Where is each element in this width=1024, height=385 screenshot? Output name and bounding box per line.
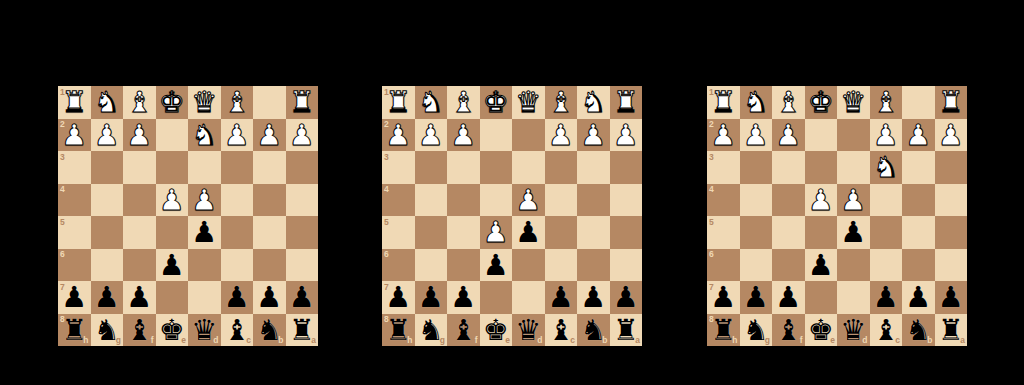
square-d1[interactable]: ♛ [837,86,870,119]
black-knight-piece: ♞ [740,314,773,347]
white-pawn-piece: ♟ [577,119,610,152]
square-h4[interactable]: 4 [58,184,91,217]
square-a4[interactable] [610,184,643,217]
white-queen-piece: ♛ [188,86,221,119]
square-e3[interactable] [805,151,838,184]
square-a3[interactable] [286,151,319,184]
square-f7[interactable]: ♟ [447,281,480,314]
square-a8[interactable]: a♜ [610,314,643,347]
square-c3[interactable] [221,151,254,184]
square-e1[interactable]: ♚ [156,86,189,119]
square-f3[interactable] [447,151,480,184]
square-f1[interactable]: ♝ [123,86,156,119]
square-h5[interactable]: 5 [58,216,91,249]
square-c5[interactable] [545,216,578,249]
square-g6[interactable] [415,249,448,282]
square-f2[interactable]: ♟ [772,119,805,152]
square-b2[interactable]: ♟ [253,119,286,152]
square-a8[interactable]: a♜ [286,314,319,347]
square-g8[interactable]: g♞ [740,314,773,347]
square-e7[interactable] [805,281,838,314]
square-e1[interactable]: ♚ [480,86,513,119]
white-knight-piece: ♞ [870,151,903,184]
square-b1[interactable]: ♞ [577,86,610,119]
square-c7[interactable]: ♟ [221,281,254,314]
square-a4[interactable] [286,184,319,217]
square-c6[interactable] [221,249,254,282]
square-d3[interactable] [188,151,221,184]
square-f2[interactable]: ♟ [123,119,156,152]
black-pawn-piece: ♟ [286,281,319,314]
square-c8[interactable]: c♝ [545,314,578,347]
black-pawn-piece: ♟ [415,281,448,314]
rank-label: 5 [384,218,389,227]
square-c4[interactable] [221,184,254,217]
square-g2[interactable]: ♟ [91,119,124,152]
square-g7[interactable]: ♟ [415,281,448,314]
black-knight-piece: ♞ [91,314,124,347]
square-e2[interactable] [805,119,838,152]
black-rook-piece: ♜ [58,314,91,347]
square-d1[interactable]: ♛ [188,86,221,119]
white-pawn-piece: ♟ [91,119,124,152]
square-a1[interactable]: ♜ [286,86,319,119]
rank-label: 4 [384,185,389,194]
square-c3[interactable]: ♞ [870,151,903,184]
square-f4[interactable] [123,184,156,217]
square-h7[interactable]: 7♟ [707,281,740,314]
square-a5[interactable] [610,216,643,249]
white-pawn-piece: ♟ [512,184,545,217]
white-king-piece: ♚ [805,86,838,119]
square-a2[interactable]: ♟ [935,119,968,152]
square-e6[interactable]: ♟ [156,249,189,282]
square-f3[interactable] [772,151,805,184]
square-c5[interactable] [221,216,254,249]
square-a7[interactable]: ♟ [286,281,319,314]
white-rook-piece: ♜ [935,86,968,119]
square-b1[interactable] [253,86,286,119]
square-f6[interactable] [123,249,156,282]
square-g7[interactable]: ♟ [740,281,773,314]
white-pawn-piece: ♟ [221,119,254,152]
square-c6[interactable] [870,249,903,282]
square-d2[interactable]: ♞ [188,119,221,152]
square-d7[interactable] [837,281,870,314]
black-pawn-piece: ♟ [382,281,415,314]
square-g4[interactable] [415,184,448,217]
black-bishop-piece: ♝ [772,314,805,347]
square-f4[interactable] [772,184,805,217]
square-g3[interactable] [415,151,448,184]
white-pawn-piece: ♟ [805,184,838,217]
square-c2[interactable]: ♟ [870,119,903,152]
square-b7[interactable]: ♟ [902,281,935,314]
square-c1[interactable]: ♝ [870,86,903,119]
square-e7[interactable] [156,281,189,314]
square-a6[interactable] [610,249,643,282]
square-b4[interactable] [577,184,610,217]
square-h4[interactable]: 4 [382,184,415,217]
square-a4[interactable] [935,184,968,217]
square-b5[interactable] [902,216,935,249]
white-pawn-piece: ♟ [935,119,968,152]
rank-label: 3 [60,153,65,162]
square-g3[interactable] [740,151,773,184]
square-h3[interactable]: 3 [58,151,91,184]
black-pawn-piece: ♟ [545,281,578,314]
black-pawn-piece: ♟ [772,281,805,314]
square-g3[interactable] [91,151,124,184]
square-f7[interactable]: ♟ [772,281,805,314]
black-knight-piece: ♞ [902,314,935,347]
square-e4[interactable]: ♟ [805,184,838,217]
square-c3[interactable] [545,151,578,184]
black-queen-piece: ♛ [837,314,870,347]
white-knight-piece: ♞ [188,119,221,152]
square-e6[interactable]: ♟ [480,249,513,282]
canvas: 1♜♞♝♚♛♝♜2♟♟♟♞♟♟♟34♟♟5♟6♟7♟♟♟♟♟♟8h♜g♞f♝e♚… [0,0,1024,385]
square-b5[interactable] [253,216,286,249]
square-e2[interactable] [156,119,189,152]
square-e8[interactable]: e♚ [480,314,513,347]
white-bishop-piece: ♝ [870,86,903,119]
square-f8[interactable]: f♝ [772,314,805,347]
white-pawn-piece: ♟ [382,119,415,152]
square-f5[interactable] [772,216,805,249]
black-pawn-piece: ♟ [610,281,643,314]
white-bishop-piece: ♝ [447,86,480,119]
square-b7[interactable]: ♟ [253,281,286,314]
white-pawn-piece: ♟ [286,119,319,152]
black-pawn-piece: ♟ [123,281,156,314]
black-pawn-piece: ♟ [805,249,838,282]
square-b3[interactable] [253,151,286,184]
white-rook-piece: ♜ [610,86,643,119]
square-c2[interactable]: ♟ [545,119,578,152]
black-king-piece: ♚ [156,314,189,347]
square-d6[interactable] [837,249,870,282]
square-g2[interactable]: ♟ [415,119,448,152]
square-d6[interactable] [512,249,545,282]
white-pawn-piece: ♟ [902,119,935,152]
black-knight-piece: ♞ [577,314,610,347]
square-g7[interactable]: ♟ [91,281,124,314]
square-d8[interactable]: d♛ [837,314,870,347]
square-d4[interactable]: ♟ [188,184,221,217]
square-b3[interactable] [902,151,935,184]
square-h2[interactable]: 2♟ [707,119,740,152]
black-pawn-piece: ♟ [707,281,740,314]
square-f5[interactable] [123,216,156,249]
square-c5[interactable] [870,216,903,249]
square-h6[interactable]: 6 [58,249,91,282]
square-b4[interactable] [253,184,286,217]
square-b3[interactable] [577,151,610,184]
rank-label: 3 [384,153,389,162]
black-pawn-piece: ♟ [870,281,903,314]
square-d3[interactable] [512,151,545,184]
square-e7[interactable] [480,281,513,314]
square-e5[interactable]: ♟ [480,216,513,249]
square-b6[interactable] [577,249,610,282]
black-queen-piece: ♛ [188,314,221,347]
rank-label: 5 [709,218,714,227]
black-pawn-piece: ♟ [837,216,870,249]
square-g2[interactable]: ♟ [740,119,773,152]
white-bishop-piece: ♝ [772,86,805,119]
black-pawn-piece: ♟ [577,281,610,314]
square-d4[interactable]: ♟ [837,184,870,217]
square-b7[interactable]: ♟ [577,281,610,314]
white-pawn-piece: ♟ [740,119,773,152]
black-pawn-piece: ♟ [188,216,221,249]
square-g4[interactable] [91,184,124,217]
white-pawn-piece: ♟ [123,119,156,152]
black-bishop-piece: ♝ [221,314,254,347]
square-c8[interactable]: c♝ [870,314,903,347]
square-c8[interactable]: c♝ [221,314,254,347]
square-g8[interactable]: g♞ [415,314,448,347]
square-e4[interactable] [480,184,513,217]
white-king-piece: ♚ [156,86,189,119]
square-e4[interactable]: ♟ [156,184,189,217]
square-d1[interactable]: ♛ [512,86,545,119]
square-b8[interactable]: b♞ [253,314,286,347]
black-pawn-piece: ♟ [512,216,545,249]
square-c1[interactable]: ♝ [545,86,578,119]
white-pawn-piece: ♟ [545,119,578,152]
square-f3[interactable] [123,151,156,184]
square-e2[interactable] [480,119,513,152]
black-knight-piece: ♞ [253,314,286,347]
white-pawn-piece: ♟ [480,216,513,249]
white-pawn-piece: ♟ [415,119,448,152]
square-b6[interactable] [902,249,935,282]
white-pawn-piece: ♟ [253,119,286,152]
white-pawn-piece: ♟ [772,119,805,152]
black-rook-piece: ♜ [935,314,968,347]
black-queen-piece: ♛ [512,314,545,347]
square-e8[interactable]: e♚ [156,314,189,347]
square-c2[interactable]: ♟ [221,119,254,152]
chess-board-3: 1♜♞♝♚♛♝♜2♟♟♟♟♟♟3♞4♟♟5♟6♟7♟♟♟♟♟♟8h♜g♞f♝e♚… [707,86,967,346]
square-h4[interactable]: 4 [707,184,740,217]
square-g5[interactable] [740,216,773,249]
square-g5[interactable] [91,216,124,249]
square-d4[interactable]: ♟ [512,184,545,217]
white-knight-piece: ♞ [91,86,124,119]
chess-board-1: 1♜♞♝♚♛♝♜2♟♟♟♞♟♟♟34♟♟5♟6♟7♟♟♟♟♟♟8h♜g♞f♝e♚… [58,86,318,346]
rank-label: 3 [709,153,714,162]
square-c7[interactable]: ♟ [545,281,578,314]
square-c1[interactable]: ♝ [221,86,254,119]
square-d6[interactable] [188,249,221,282]
rank-label: 4 [709,185,714,194]
white-rook-piece: ♜ [382,86,415,119]
square-h3[interactable]: 3 [707,151,740,184]
white-pawn-piece: ♟ [870,119,903,152]
square-a3[interactable] [610,151,643,184]
square-h8[interactable]: 8h♜ [382,314,415,347]
square-f6[interactable] [447,249,480,282]
square-f5[interactable] [447,216,480,249]
rank-label: 5 [60,218,65,227]
square-e5[interactable] [156,216,189,249]
square-d5[interactable]: ♟ [837,216,870,249]
square-a2[interactable]: ♟ [610,119,643,152]
black-pawn-piece: ♟ [935,281,968,314]
square-g6[interactable] [91,249,124,282]
white-queen-piece: ♛ [837,86,870,119]
square-a5[interactable] [286,216,319,249]
black-pawn-piece: ♟ [91,281,124,314]
square-e3[interactable] [480,151,513,184]
black-king-piece: ♚ [480,314,513,347]
square-b6[interactable] [253,249,286,282]
black-bishop-piece: ♝ [123,314,156,347]
square-a6[interactable] [935,249,968,282]
black-pawn-piece: ♟ [902,281,935,314]
square-d8[interactable]: d♛ [512,314,545,347]
square-d7[interactable] [512,281,545,314]
white-knight-piece: ♞ [415,86,448,119]
square-a7[interactable]: ♟ [610,281,643,314]
square-g1[interactable]: ♞ [415,86,448,119]
square-c7[interactable]: ♟ [870,281,903,314]
square-d8[interactable]: d♛ [188,314,221,347]
white-queen-piece: ♛ [512,86,545,119]
square-c6[interactable] [545,249,578,282]
square-e1[interactable]: ♚ [805,86,838,119]
square-h1[interactable]: 1♜ [382,86,415,119]
square-d2[interactable] [512,119,545,152]
rank-label: 6 [384,250,389,259]
square-a1[interactable]: ♜ [935,86,968,119]
white-knight-piece: ♞ [740,86,773,119]
square-g1[interactable]: ♞ [91,86,124,119]
square-h2[interactable]: 2♟ [58,119,91,152]
square-a5[interactable] [935,216,968,249]
square-g1[interactable]: ♞ [740,86,773,119]
square-b4[interactable] [902,184,935,217]
square-e5[interactable] [805,216,838,249]
square-e8[interactable]: e♚ [805,314,838,347]
square-f8[interactable]: f♝ [123,314,156,347]
square-c4[interactable] [545,184,578,217]
square-h5[interactable]: 5 [382,216,415,249]
white-bishop-piece: ♝ [123,86,156,119]
square-h1[interactable]: 1♜ [707,86,740,119]
square-b8[interactable]: b♞ [577,314,610,347]
white-pawn-piece: ♟ [610,119,643,152]
black-pawn-piece: ♟ [253,281,286,314]
white-rook-piece: ♜ [286,86,319,119]
square-a7[interactable]: ♟ [935,281,968,314]
square-a6[interactable] [286,249,319,282]
square-d5[interactable]: ♟ [188,216,221,249]
black-pawn-piece: ♟ [221,281,254,314]
square-f1[interactable]: ♝ [447,86,480,119]
white-rook-piece: ♜ [707,86,740,119]
white-pawn-piece: ♟ [188,184,221,217]
square-b5[interactable] [577,216,610,249]
square-c4[interactable] [870,184,903,217]
square-f7[interactable]: ♟ [123,281,156,314]
white-pawn-piece: ♟ [58,119,91,152]
black-pawn-piece: ♟ [58,281,91,314]
white-bishop-piece: ♝ [545,86,578,119]
square-a2[interactable]: ♟ [286,119,319,152]
white-rook-piece: ♜ [58,86,91,119]
square-h7[interactable]: 7♟ [382,281,415,314]
square-b1[interactable] [902,86,935,119]
white-knight-piece: ♞ [577,86,610,119]
square-g4[interactable] [740,184,773,217]
square-f2[interactable]: ♟ [447,119,480,152]
square-f4[interactable] [447,184,480,217]
black-rook-piece: ♜ [286,314,319,347]
black-pawn-piece: ♟ [480,249,513,282]
square-d5[interactable]: ♟ [512,216,545,249]
black-pawn-piece: ♟ [447,281,480,314]
square-h5[interactable]: 5 [707,216,740,249]
white-pawn-piece: ♟ [707,119,740,152]
square-h8[interactable]: 8h♜ [707,314,740,347]
square-h1[interactable]: 1♜ [58,86,91,119]
square-a1[interactable]: ♜ [610,86,643,119]
black-pawn-piece: ♟ [156,249,189,282]
black-rook-piece: ♜ [382,314,415,347]
black-bishop-piece: ♝ [447,314,480,347]
rank-label: 6 [709,250,714,259]
square-h6[interactable]: 6 [382,249,415,282]
square-a8[interactable]: a♜ [935,314,968,347]
square-f1[interactable]: ♝ [772,86,805,119]
black-rook-piece: ♜ [707,314,740,347]
black-bishop-piece: ♝ [870,314,903,347]
square-h6[interactable]: 6 [707,249,740,282]
chess-board-2: 1♜♞♝♚♛♝♞♜2♟♟♟♟♟♟34♟5♟♟6♟7♟♟♟♟♟♟8h♜g♞f♝e♚… [382,86,642,346]
square-h2[interactable]: 2♟ [382,119,415,152]
white-pawn-piece: ♟ [156,184,189,217]
white-king-piece: ♚ [480,86,513,119]
square-h7[interactable]: 7♟ [58,281,91,314]
square-g5[interactable] [415,216,448,249]
square-d3[interactable] [837,151,870,184]
square-b2[interactable]: ♟ [902,119,935,152]
square-d2[interactable] [837,119,870,152]
square-g8[interactable]: g♞ [91,314,124,347]
square-g6[interactable] [740,249,773,282]
square-f8[interactable]: f♝ [447,314,480,347]
square-h3[interactable]: 3 [382,151,415,184]
rank-label: 4 [60,185,65,194]
black-king-piece: ♚ [805,314,838,347]
square-f6[interactable] [772,249,805,282]
square-a3[interactable] [935,151,968,184]
black-knight-piece: ♞ [415,314,448,347]
square-e6[interactable]: ♟ [805,249,838,282]
square-h8[interactable]: 8h♜ [58,314,91,347]
white-bishop-piece: ♝ [221,86,254,119]
square-d7[interactable] [188,281,221,314]
rank-label: 6 [60,250,65,259]
square-b2[interactable]: ♟ [577,119,610,152]
square-e3[interactable] [156,151,189,184]
square-b8[interactable]: b♞ [902,314,935,347]
white-pawn-piece: ♟ [837,184,870,217]
